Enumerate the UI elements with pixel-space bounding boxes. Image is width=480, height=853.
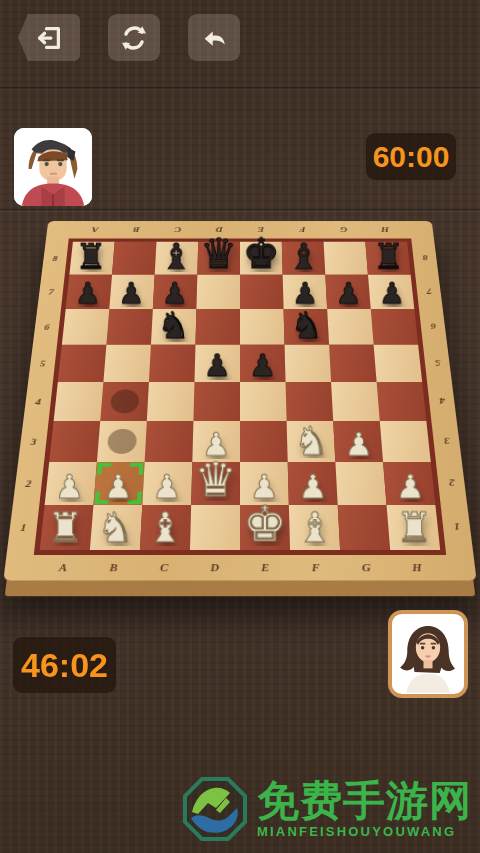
board-squares: ♜♝♛♚♝♜♟♟♟♟♟♟♞♞♟♟♟♞♟♟♟♟♛♟♟♟♜♞♝♚♝♜ (34, 238, 446, 555)
piece-black-pawn-g7[interactable]: ♟ (327, 279, 370, 308)
square-g3[interactable]: ♟ (333, 421, 383, 462)
rank-label-left-3: 3 (30, 436, 37, 447)
woman-dark-hair-illustration (392, 614, 464, 694)
rank-label-right-7: 7 (426, 287, 432, 296)
square-d5[interactable]: ♟ (194, 345, 240, 382)
square-d6[interactable] (195, 309, 240, 345)
file-label-top-D: D (216, 226, 223, 234)
undo-button[interactable] (188, 14, 240, 61)
square-d7[interactable] (196, 275, 240, 309)
black-clock: 60:00 (366, 133, 456, 180)
file-label-bottom-C: C (160, 561, 169, 573)
square-h8[interactable]: ♜ (365, 242, 410, 275)
square-e1[interactable]: ♚ (240, 505, 290, 550)
rank-label-right-4: 4 (438, 396, 445, 406)
piece-black-queen-d8[interactable]: ♛ (198, 233, 240, 275)
square-f8[interactable]: ♝ (282, 242, 326, 275)
square-b5[interactable] (103, 345, 151, 382)
rank-label-left-1: 1 (20, 521, 27, 533)
square-e8[interactable]: ♚ (240, 242, 283, 275)
file-label-top-C: C (174, 226, 181, 234)
rank-label-left-7: 7 (48, 287, 54, 296)
square-a8[interactable]: ♜ (69, 242, 114, 275)
piece-white-pawn-h2[interactable]: ♟ (386, 471, 435, 504)
square-b2[interactable]: ♟ (93, 462, 144, 505)
square-c1[interactable]: ♝ (140, 505, 191, 550)
square-g2[interactable] (335, 462, 386, 505)
rank-label-right-6: 6 (430, 322, 436, 331)
move-hint-b4[interactable] (110, 390, 140, 414)
square-h3[interactable] (380, 421, 431, 462)
square-b3[interactable] (97, 421, 147, 462)
square-g6[interactable] (327, 309, 373, 345)
file-label-bottom-H: H (412, 561, 423, 573)
square-e4[interactable] (240, 382, 287, 421)
square-c2[interactable]: ♟ (142, 462, 192, 505)
rank-label-right-5: 5 (434, 358, 441, 368)
piece-black-bishop-c8[interactable]: ♝ (155, 239, 198, 274)
exit-button[interactable] (18, 14, 80, 61)
piece-black-rook-h8[interactable]: ♜ (368, 239, 411, 274)
white-clock: 46:02 (13, 637, 116, 693)
square-c4[interactable] (147, 382, 195, 421)
square-b6[interactable] (106, 309, 152, 345)
watermark-title: 免费手游网 (257, 779, 472, 823)
square-h4[interactable] (377, 382, 427, 421)
file-label-bottom-G: G (362, 561, 372, 573)
file-label-bottom-E: E (261, 561, 269, 573)
exit-door-arrow-icon (34, 23, 64, 53)
square-g8[interactable] (324, 242, 368, 275)
square-b7[interactable]: ♟ (109, 275, 154, 309)
square-c6[interactable]: ♞ (151, 309, 196, 345)
rank-label-left-5: 5 (39, 358, 46, 368)
square-e3[interactable] (240, 421, 288, 462)
piece-white-pawn-b2[interactable]: ♟ (94, 471, 143, 504)
piece-black-pawn-e5[interactable]: ♟ (240, 350, 285, 381)
rank-label-left-2: 2 (25, 478, 32, 489)
wood-plank-seam-top (0, 87, 480, 90)
square-c3[interactable] (145, 421, 194, 462)
file-label-top-G: G (340, 226, 348, 234)
square-h5[interactable] (374, 345, 423, 382)
piece-white-pawn-c2[interactable]: ♟ (143, 471, 192, 504)
piece-black-pawn-b7[interactable]: ♟ (110, 279, 153, 308)
file-label-top-A: A (91, 226, 98, 234)
piece-black-knight-c6[interactable]: ♞ (151, 307, 195, 344)
piece-white-knight-f3[interactable]: ♞ (288, 422, 336, 461)
watermark-banner: 免费手游网 MIANFEISHOUYOUWANG (182, 776, 472, 842)
rank-label-right-1: 1 (453, 521, 460, 533)
refresh-icon (119, 23, 149, 53)
square-b8[interactable] (112, 242, 156, 275)
square-f6[interactable]: ♞ (284, 309, 329, 345)
piece-white-rook-a1[interactable]: ♜ (41, 507, 91, 548)
square-f3[interactable]: ♞ (287, 421, 336, 462)
rank-label-right-8: 8 (422, 254, 428, 263)
file-label-top-E: E (257, 226, 264, 234)
square-b4[interactable] (100, 382, 149, 421)
undo-arrow-icon (199, 23, 229, 53)
rank-label-left-6: 6 (44, 322, 50, 331)
piece-black-king-e8[interactable]: ♚ (240, 233, 282, 275)
square-e5[interactable]: ♟ (240, 345, 286, 382)
watermark-logo-icon (182, 776, 248, 842)
piece-white-pawn-g3[interactable]: ♟ (335, 429, 383, 461)
square-a2[interactable]: ♟ (45, 462, 97, 505)
square-a6[interactable] (62, 309, 109, 345)
square-e6[interactable] (240, 309, 285, 345)
young-man-cap-red-hoodie-illustration (14, 128, 92, 206)
white-player-avatar (388, 610, 468, 698)
square-g1[interactable] (338, 505, 390, 550)
piece-black-pawn-d5[interactable]: ♟ (195, 350, 240, 381)
square-d4[interactable] (193, 382, 240, 421)
piece-white-pawn-a2[interactable]: ♟ (45, 471, 94, 504)
piece-black-pawn-h7[interactable]: ♟ (370, 279, 413, 308)
piece-white-king-e1[interactable]: ♚ (240, 500, 290, 549)
piece-white-bishop-c1[interactable]: ♝ (140, 507, 190, 548)
file-label-bottom-F: F (312, 561, 321, 573)
file-label-bottom-B: B (109, 561, 118, 573)
black-player-avatar (14, 128, 92, 206)
rank-label-left-4: 4 (35, 396, 42, 406)
file-label-top-B: B (133, 226, 140, 234)
rank-label-left-8: 8 (52, 254, 58, 263)
move-hint-b3[interactable] (107, 429, 137, 454)
piece-white-bishop-f1[interactable]: ♝ (290, 507, 340, 548)
square-f5[interactable] (285, 345, 332, 382)
square-g4[interactable] (331, 382, 380, 421)
piece-black-knight-f6[interactable]: ♞ (284, 307, 328, 344)
square-h2[interactable]: ♟ (383, 462, 435, 505)
piece-white-rook-h1[interactable]: ♜ (390, 507, 440, 548)
square-c5[interactable] (149, 345, 196, 382)
board-frame: ♜♝♛♚♝♜♟♟♟♟♟♟♞♞♟♟♟♞♟♟♟♟♛♟♟♟♜♞♝♚♝♜ 88AA77B… (3, 221, 476, 580)
piece-black-pawn-a7[interactable]: ♟ (66, 279, 109, 308)
square-b1[interactable]: ♞ (90, 505, 142, 550)
file-label-top-H: H (381, 226, 389, 234)
piece-black-rook-a8[interactable]: ♜ (70, 239, 113, 274)
toolbar (18, 14, 240, 61)
watermark-subtitle: MIANFEISHOUYOUWANG (257, 824, 472, 839)
square-d8[interactable]: ♛ (197, 242, 240, 275)
rank-label-right-3: 3 (443, 436, 450, 447)
square-h1[interactable]: ♜ (387, 505, 441, 550)
square-f1[interactable]: ♝ (289, 505, 340, 550)
square-a3[interactable] (49, 421, 100, 462)
square-f4[interactable] (286, 382, 334, 421)
square-f2[interactable]: ♟ (288, 462, 338, 505)
square-a5[interactable] (58, 345, 107, 382)
square-e7[interactable] (240, 275, 284, 309)
piece-black-bishop-f8[interactable]: ♝ (283, 239, 326, 274)
square-c8[interactable]: ♝ (155, 242, 199, 275)
rank-label-right-2: 2 (448, 478, 455, 489)
square-d2[interactable]: ♛ (191, 462, 240, 505)
square-a1[interactable]: ♜ (40, 505, 94, 550)
chess-board: ♜♝♛♚♝♜♟♟♟♟♟♟♞♞♟♟♟♞♟♟♟♟♛♟♟♟♜♞♝♚♝♜ 88AA77B… (3, 221, 476, 580)
square-g7[interactable]: ♟ (325, 275, 370, 309)
piece-white-knight-b1[interactable]: ♞ (90, 507, 140, 548)
square-a7[interactable]: ♟ (66, 275, 112, 309)
square-a4[interactable] (54, 382, 104, 421)
square-d1[interactable] (190, 505, 240, 550)
file-label-bottom-D: D (210, 561, 219, 573)
file-label-top-F: F (299, 226, 306, 234)
piece-white-queen-d2[interactable]: ♛ (191, 456, 240, 504)
wood-plank-seam-mid (0, 209, 480, 212)
square-h6[interactable] (371, 309, 418, 345)
piece-white-pawn-f2[interactable]: ♟ (289, 471, 338, 504)
square-g5[interactable] (329, 345, 377, 382)
file-label-bottom-A: A (59, 561, 68, 573)
restart-button[interactable] (108, 14, 160, 61)
square-h7[interactable]: ♟ (368, 275, 414, 309)
